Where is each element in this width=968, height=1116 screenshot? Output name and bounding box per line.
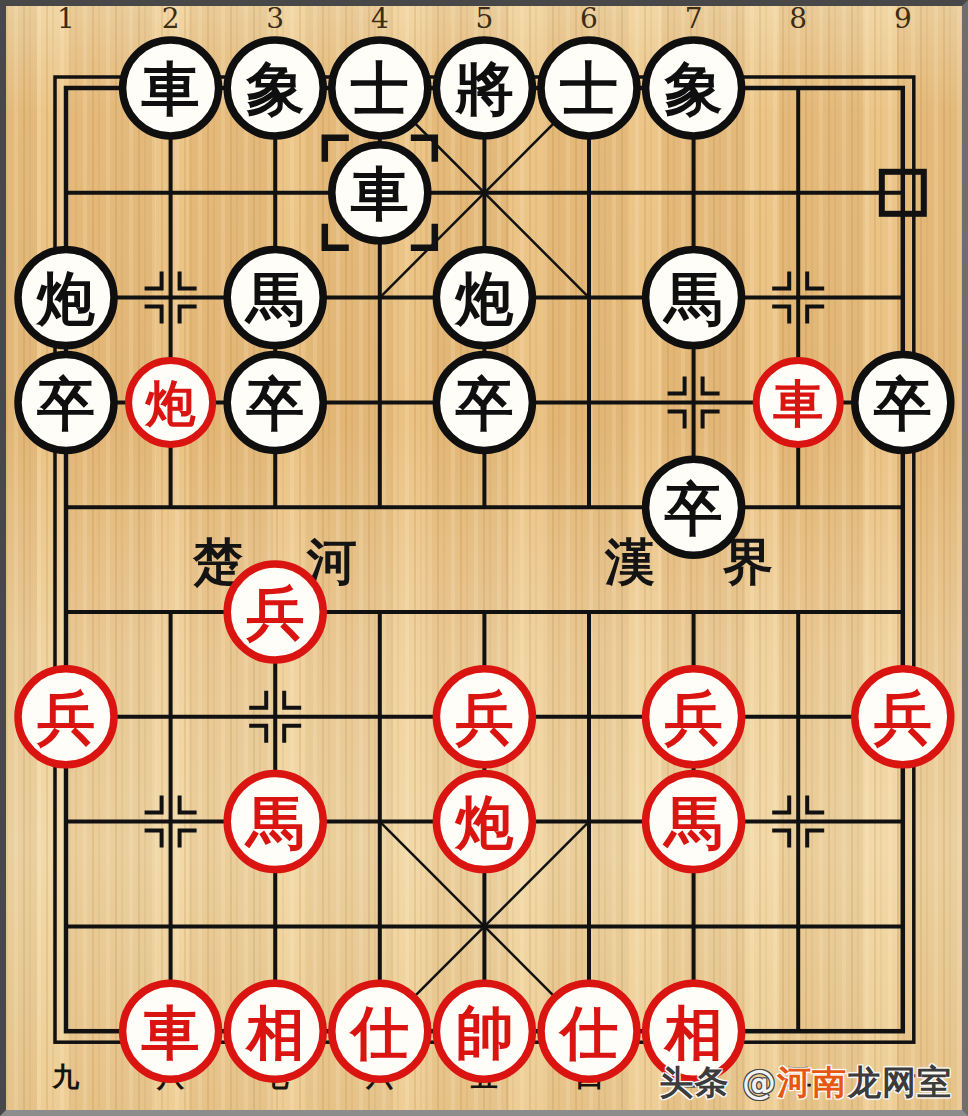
piece-red-soldier[interactable]: 兵: [646, 669, 742, 765]
piece-glyph: 卒: [245, 370, 304, 438]
point-marker-corner: [772, 307, 789, 324]
piece-glyph: 卒: [36, 370, 95, 438]
piece-glyph: 兵: [664, 684, 723, 752]
point-marker-corner: [807, 831, 824, 848]
piece-glyph: 炮: [144, 374, 197, 433]
piece-glyph: 馬: [663, 265, 723, 333]
point-marker-corner: [145, 307, 162, 324]
piece-glyph: 仕: [558, 999, 618, 1067]
xiangqi-board[interactable]: 楚河漢界123456789九八七六五四三二一車象士將士象車炮馬炮馬卒炮卒卒車卒卒…: [0, 0, 968, 1116]
piece-black-soldier[interactable]: 卒: [436, 354, 532, 450]
point-marker-corner: [668, 376, 685, 393]
piece-black-cannon[interactable]: 炮: [18, 250, 114, 346]
piece-red-elephant[interactable]: 相: [227, 983, 323, 1079]
piece-red-soldier[interactable]: 兵: [18, 669, 114, 765]
piece-black-elephant[interactable]: 象: [646, 40, 742, 136]
point-marker-corner: [772, 831, 789, 848]
point-marker-corner: [772, 796, 789, 813]
piece-glyph: 卒: [664, 475, 723, 543]
watermark-text: 龙网室: [847, 1062, 952, 1102]
piece-glyph: 車: [141, 999, 200, 1067]
piece-black-general[interactable]: 將: [436, 40, 532, 136]
piece-glyph: 炮: [35, 265, 95, 333]
top-file-label: 7: [685, 2, 703, 35]
point-marker-corner: [145, 272, 162, 289]
piece-red-advisor[interactable]: 仕: [541, 983, 637, 1079]
piece-glyph: 將: [454, 55, 513, 123]
piece-glyph: 士: [350, 55, 409, 123]
piece-red-soldier[interactable]: 兵: [855, 669, 951, 765]
watermark-text: 头条: [659, 1062, 729, 1102]
piece-black-horse[interactable]: 馬: [646, 250, 742, 346]
piece-glyph: 兵: [36, 684, 95, 752]
piece-red-chariot[interactable]: 車: [123, 983, 219, 1079]
piece-black-soldier[interactable]: 卒: [646, 459, 742, 555]
piece-glyph: 車: [350, 160, 409, 228]
point-marker-corner: [703, 376, 720, 393]
piece-black-soldier[interactable]: 卒: [227, 354, 323, 450]
piece-black-elephant[interactable]: 象: [227, 40, 323, 136]
piece-glyph: 兵: [873, 684, 932, 752]
piece-glyph: 兵: [245, 579, 304, 647]
point-marker-corner: [180, 796, 197, 813]
piece-glyph: 象: [664, 55, 723, 123]
piece-glyph: 馬: [663, 789, 723, 857]
watermark: 头条 @河南龙网室: [659, 1060, 952, 1106]
piece-red-horse[interactable]: 馬: [227, 774, 323, 870]
point-marker-corner: [807, 307, 824, 324]
top-file-label: 4: [371, 2, 389, 35]
piece-red-advisor[interactable]: 仕: [332, 983, 428, 1079]
piece-black-soldier[interactable]: 卒: [855, 354, 951, 450]
xiangqi-app: 楚河漢界123456789九八七六五四三二一車象士將士象車炮馬炮馬卒炮卒卒車卒卒…: [0, 0, 968, 1116]
top-file-label: 3: [266, 2, 284, 35]
piece-black-soldier[interactable]: 卒: [18, 354, 114, 450]
point-marker-corner: [249, 691, 266, 708]
piece-red-cannon[interactable]: 炮: [129, 360, 213, 444]
top-file-label: 1: [57, 2, 75, 35]
top-file-label: 6: [580, 2, 598, 35]
piece-red-horse[interactable]: 馬: [646, 774, 742, 870]
point-marker-corner: [807, 796, 824, 813]
point-marker-corner: [668, 411, 685, 428]
piece-glyph: 炮: [453, 265, 513, 333]
piece-glyph: 馬: [244, 265, 304, 333]
piece-glyph: 車: [141, 55, 200, 123]
piece-red-general[interactable]: 帥: [436, 983, 532, 1079]
piece-glyph: 士: [559, 55, 618, 123]
piece-glyph: 炮: [453, 789, 513, 857]
piece-glyph: 卒: [454, 370, 513, 438]
piece-glyph: 馬: [244, 789, 304, 857]
point-marker-corner: [145, 796, 162, 813]
piece-glyph: 象: [245, 55, 304, 123]
point-marker-corner: [284, 691, 301, 708]
top-file-label: 2: [162, 2, 180, 35]
point-marker-corner: [772, 272, 789, 289]
piece-red-soldier[interactable]: 兵: [227, 564, 323, 660]
piece-glyph: 相: [663, 999, 723, 1067]
point-marker-corner: [249, 726, 266, 743]
point-marker-corner: [703, 411, 720, 428]
piece-black-chariot[interactable]: 車: [123, 40, 219, 136]
piece-glyph: 仕: [349, 999, 409, 1067]
piece-glyph: 帥: [455, 999, 513, 1067]
piece-red-chariot[interactable]: 車: [756, 360, 840, 444]
piece-black-advisor[interactable]: 士: [541, 40, 637, 136]
piece-glyph: 車: [772, 374, 823, 433]
piece-black-cannon[interactable]: 炮: [436, 250, 532, 346]
piece-red-soldier[interactable]: 兵: [436, 669, 532, 765]
piece-glyph: 兵: [454, 684, 513, 752]
point-marker-corner: [807, 272, 824, 289]
top-file-label: 8: [789, 2, 807, 35]
piece-glyph: 卒: [873, 370, 932, 438]
point-marker-corner: [145, 831, 162, 848]
point-marker-corner: [284, 726, 301, 743]
point-marker-corner: [180, 831, 197, 848]
piece-black-advisor[interactable]: 士: [332, 40, 428, 136]
point-marker-corner: [180, 272, 197, 289]
top-file-label: 5: [475, 2, 493, 35]
piece-red-cannon[interactable]: 炮: [436, 774, 532, 870]
top-file-label: 9: [894, 2, 912, 35]
watermark-text: @: [729, 1062, 777, 1102]
bottom-file-label: 九: [52, 1061, 80, 1092]
watermark-text: 河南: [777, 1062, 847, 1102]
piece-glyph: 相: [244, 999, 304, 1067]
point-marker-corner: [180, 307, 197, 324]
piece-black-horse[interactable]: 馬: [227, 250, 323, 346]
piece-black-chariot[interactable]: 車: [332, 145, 428, 241]
river-label: 漢: [604, 532, 655, 591]
